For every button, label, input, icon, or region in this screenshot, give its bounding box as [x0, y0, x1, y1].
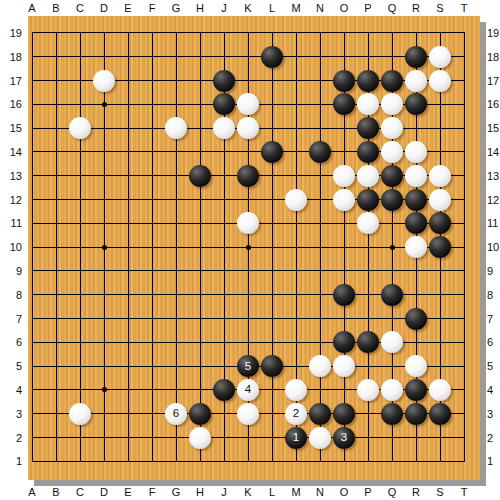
intersection-D19[interactable]: [92, 21, 116, 45]
intersection-N2[interactable]: [308, 426, 332, 450]
intersection-O1[interactable]: [332, 449, 356, 473]
intersection-C8[interactable]: [68, 283, 92, 307]
intersection-M15[interactable]: [284, 116, 308, 140]
intersection-B9[interactable]: [44, 259, 68, 283]
intersection-T11[interactable]: [452, 211, 476, 235]
intersection-K4[interactable]: 4: [236, 378, 260, 402]
intersection-B19[interactable]: [44, 21, 68, 45]
intersection-Q1[interactable]: [380, 449, 404, 473]
intersection-Q14[interactable]: [380, 140, 404, 164]
intersection-M14[interactable]: [284, 140, 308, 164]
intersection-Q16[interactable]: [380, 92, 404, 116]
intersection-A7[interactable]: [20, 307, 44, 331]
intersection-K9[interactable]: [236, 259, 260, 283]
intersection-O17[interactable]: [332, 69, 356, 93]
intersection-A16[interactable]: [20, 92, 44, 116]
intersection-P12[interactable]: [356, 188, 380, 212]
intersection-P6[interactable]: [356, 330, 380, 354]
intersection-G5[interactable]: [164, 354, 188, 378]
intersection-T5[interactable]: [452, 354, 476, 378]
intersection-C6[interactable]: [68, 330, 92, 354]
intersection-J16[interactable]: [212, 92, 236, 116]
intersection-N6[interactable]: [308, 330, 332, 354]
intersection-D1[interactable]: [92, 449, 116, 473]
intersection-D18[interactable]: [92, 45, 116, 69]
intersection-D7[interactable]: [92, 307, 116, 331]
intersection-F16[interactable]: [140, 92, 164, 116]
intersection-T17[interactable]: [452, 69, 476, 93]
intersection-P18[interactable]: [356, 45, 380, 69]
intersection-G17[interactable]: [164, 69, 188, 93]
intersection-B5[interactable]: [44, 354, 68, 378]
intersection-L1[interactable]: [260, 449, 284, 473]
intersection-R3[interactable]: [404, 402, 428, 426]
intersection-M18[interactable]: [284, 45, 308, 69]
intersection-N11[interactable]: [308, 211, 332, 235]
intersection-A6[interactable]: [20, 330, 44, 354]
intersection-O14[interactable]: [332, 140, 356, 164]
intersection-S3[interactable]: [428, 402, 452, 426]
intersection-J8[interactable]: [212, 283, 236, 307]
intersection-L3[interactable]: [260, 402, 284, 426]
intersection-E9[interactable]: [116, 259, 140, 283]
intersection-C1[interactable]: [68, 449, 92, 473]
intersection-Q10[interactable]: [380, 235, 404, 259]
intersection-A5[interactable]: [20, 354, 44, 378]
intersection-J14[interactable]: [212, 140, 236, 164]
intersection-O2[interactable]: 3: [332, 426, 356, 450]
intersection-K19[interactable]: [236, 21, 260, 45]
intersection-G10[interactable]: [164, 235, 188, 259]
intersection-C12[interactable]: [68, 188, 92, 212]
intersection-G2[interactable]: [164, 426, 188, 450]
intersection-G15[interactable]: [164, 116, 188, 140]
intersection-K10[interactable]: [236, 235, 260, 259]
intersection-K14[interactable]: [236, 140, 260, 164]
intersection-A15[interactable]: [20, 116, 44, 140]
intersection-B15[interactable]: [44, 116, 68, 140]
intersection-C17[interactable]: [68, 69, 92, 93]
intersection-E3[interactable]: [116, 402, 140, 426]
intersection-R10[interactable]: [404, 235, 428, 259]
intersection-K12[interactable]: [236, 188, 260, 212]
intersection-C11[interactable]: [68, 211, 92, 235]
intersection-S11[interactable]: [428, 211, 452, 235]
intersection-R14[interactable]: [404, 140, 428, 164]
intersection-B16[interactable]: [44, 92, 68, 116]
intersection-B6[interactable]: [44, 330, 68, 354]
intersection-R12[interactable]: [404, 188, 428, 212]
intersection-H12[interactable]: [188, 188, 212, 212]
intersection-K5[interactable]: 5: [236, 354, 260, 378]
intersection-P1[interactable]: [356, 449, 380, 473]
intersection-Q9[interactable]: [380, 259, 404, 283]
intersection-L19[interactable]: [260, 21, 284, 45]
intersection-S13[interactable]: [428, 164, 452, 188]
intersection-B11[interactable]: [44, 211, 68, 235]
intersection-O12[interactable]: [332, 188, 356, 212]
intersection-A18[interactable]: [20, 45, 44, 69]
intersection-G7[interactable]: [164, 307, 188, 331]
intersection-N18[interactable]: [308, 45, 332, 69]
intersection-A4[interactable]: [20, 378, 44, 402]
intersection-S6[interactable]: [428, 330, 452, 354]
intersection-L18[interactable]: [260, 45, 284, 69]
intersection-T8[interactable]: [452, 283, 476, 307]
intersection-A10[interactable]: [20, 235, 44, 259]
intersection-J6[interactable]: [212, 330, 236, 354]
intersection-E17[interactable]: [116, 69, 140, 93]
intersection-J10[interactable]: [212, 235, 236, 259]
intersection-K18[interactable]: [236, 45, 260, 69]
intersection-P8[interactable]: [356, 283, 380, 307]
intersection-L10[interactable]: [260, 235, 284, 259]
intersection-J4[interactable]: [212, 378, 236, 402]
intersection-D15[interactable]: [92, 116, 116, 140]
intersection-G12[interactable]: [164, 188, 188, 212]
intersection-B8[interactable]: [44, 283, 68, 307]
intersection-D10[interactable]: [92, 235, 116, 259]
intersection-A3[interactable]: [20, 402, 44, 426]
intersection-F12[interactable]: [140, 188, 164, 212]
intersection-K17[interactable]: [236, 69, 260, 93]
intersection-N1[interactable]: [308, 449, 332, 473]
intersection-C2[interactable]: [68, 426, 92, 450]
intersection-M10[interactable]: [284, 235, 308, 259]
intersection-J1[interactable]: [212, 449, 236, 473]
intersection-O3[interactable]: [332, 402, 356, 426]
intersection-A8[interactable]: [20, 283, 44, 307]
intersection-T13[interactable]: [452, 164, 476, 188]
intersection-S1[interactable]: [428, 449, 452, 473]
intersection-C13[interactable]: [68, 164, 92, 188]
intersection-P13[interactable]: [356, 164, 380, 188]
intersection-J7[interactable]: [212, 307, 236, 331]
intersection-H16[interactable]: [188, 92, 212, 116]
intersection-E11[interactable]: [116, 211, 140, 235]
intersection-L16[interactable]: [260, 92, 284, 116]
intersection-P5[interactable]: [356, 354, 380, 378]
intersection-H9[interactable]: [188, 259, 212, 283]
intersection-B12[interactable]: [44, 188, 68, 212]
intersection-N13[interactable]: [308, 164, 332, 188]
intersection-B3[interactable]: [44, 402, 68, 426]
intersection-G3[interactable]: 6: [164, 402, 188, 426]
intersection-E6[interactable]: [116, 330, 140, 354]
intersection-G1[interactable]: [164, 449, 188, 473]
intersection-H10[interactable]: [188, 235, 212, 259]
intersection-B17[interactable]: [44, 69, 68, 93]
intersection-M12[interactable]: [284, 188, 308, 212]
intersection-P14[interactable]: [356, 140, 380, 164]
intersection-H11[interactable]: [188, 211, 212, 235]
intersection-E8[interactable]: [116, 283, 140, 307]
intersection-T7[interactable]: [452, 307, 476, 331]
intersection-B14[interactable]: [44, 140, 68, 164]
intersection-T18[interactable]: [452, 45, 476, 69]
intersection-F18[interactable]: [140, 45, 164, 69]
intersection-Q8[interactable]: [380, 283, 404, 307]
intersection-Q12[interactable]: [380, 188, 404, 212]
intersection-G14[interactable]: [164, 140, 188, 164]
intersection-O5[interactable]: [332, 354, 356, 378]
intersection-F19[interactable]: [140, 21, 164, 45]
intersection-M7[interactable]: [284, 307, 308, 331]
intersection-A13[interactable]: [20, 164, 44, 188]
intersection-N8[interactable]: [308, 283, 332, 307]
intersection-Q17[interactable]: [380, 69, 404, 93]
intersection-N15[interactable]: [308, 116, 332, 140]
intersection-Q3[interactable]: [380, 402, 404, 426]
intersection-E19[interactable]: [116, 21, 140, 45]
intersection-K13[interactable]: [236, 164, 260, 188]
intersection-T4[interactable]: [452, 378, 476, 402]
intersection-T19[interactable]: [452, 21, 476, 45]
intersection-F10[interactable]: [140, 235, 164, 259]
intersection-J12[interactable]: [212, 188, 236, 212]
intersection-Q7[interactable]: [380, 307, 404, 331]
intersection-T10[interactable]: [452, 235, 476, 259]
intersection-R4[interactable]: [404, 378, 428, 402]
intersection-K11[interactable]: [236, 211, 260, 235]
intersection-A2[interactable]: [20, 426, 44, 450]
intersection-D2[interactable]: [92, 426, 116, 450]
intersection-H1[interactable]: [188, 449, 212, 473]
intersection-B10[interactable]: [44, 235, 68, 259]
intersection-O18[interactable]: [332, 45, 356, 69]
intersection-G11[interactable]: [164, 211, 188, 235]
intersection-R17[interactable]: [404, 69, 428, 93]
intersection-H3[interactable]: [188, 402, 212, 426]
intersection-D16[interactable]: [92, 92, 116, 116]
intersection-A19[interactable]: [20, 21, 44, 45]
intersection-B13[interactable]: [44, 164, 68, 188]
intersection-O15[interactable]: [332, 116, 356, 140]
intersection-C18[interactable]: [68, 45, 92, 69]
intersection-R6[interactable]: [404, 330, 428, 354]
intersection-J13[interactable]: [212, 164, 236, 188]
intersection-C19[interactable]: [68, 21, 92, 45]
intersection-J3[interactable]: [212, 402, 236, 426]
intersection-O8[interactable]: [332, 283, 356, 307]
intersection-Q13[interactable]: [380, 164, 404, 188]
intersection-R11[interactable]: [404, 211, 428, 235]
intersection-Q15[interactable]: [380, 116, 404, 140]
intersection-F11[interactable]: [140, 211, 164, 235]
intersection-H4[interactable]: [188, 378, 212, 402]
intersection-T2[interactable]: [452, 426, 476, 450]
intersection-M19[interactable]: [284, 21, 308, 45]
intersection-C16[interactable]: [68, 92, 92, 116]
intersection-K8[interactable]: [236, 283, 260, 307]
intersection-F9[interactable]: [140, 259, 164, 283]
intersection-M13[interactable]: [284, 164, 308, 188]
intersection-S17[interactable]: [428, 69, 452, 93]
intersection-P17[interactable]: [356, 69, 380, 93]
intersection-L14[interactable]: [260, 140, 284, 164]
intersection-E10[interactable]: [116, 235, 140, 259]
intersection-E2[interactable]: [116, 426, 140, 450]
intersection-T9[interactable]: [452, 259, 476, 283]
intersection-P2[interactable]: [356, 426, 380, 450]
intersection-M1[interactable]: [284, 449, 308, 473]
intersection-P10[interactable]: [356, 235, 380, 259]
intersection-D14[interactable]: [92, 140, 116, 164]
intersection-F15[interactable]: [140, 116, 164, 140]
intersection-L9[interactable]: [260, 259, 284, 283]
intersection-M17[interactable]: [284, 69, 308, 93]
intersection-G9[interactable]: [164, 259, 188, 283]
intersection-S14[interactable]: [428, 140, 452, 164]
intersection-T3[interactable]: [452, 402, 476, 426]
intersection-E15[interactable]: [116, 116, 140, 140]
intersection-D4[interactable]: [92, 378, 116, 402]
intersection-F7[interactable]: [140, 307, 164, 331]
intersection-F14[interactable]: [140, 140, 164, 164]
intersection-F8[interactable]: [140, 283, 164, 307]
intersection-C5[interactable]: [68, 354, 92, 378]
intersection-M5[interactable]: [284, 354, 308, 378]
intersection-N12[interactable]: [308, 188, 332, 212]
intersection-N10[interactable]: [308, 235, 332, 259]
intersection-L5[interactable]: [260, 354, 284, 378]
intersection-R1[interactable]: [404, 449, 428, 473]
intersection-L6[interactable]: [260, 330, 284, 354]
intersection-G8[interactable]: [164, 283, 188, 307]
intersection-K2[interactable]: [236, 426, 260, 450]
intersection-P15[interactable]: [356, 116, 380, 140]
intersection-E5[interactable]: [116, 354, 140, 378]
intersection-J5[interactable]: [212, 354, 236, 378]
intersection-K16[interactable]: [236, 92, 260, 116]
intersection-L12[interactable]: [260, 188, 284, 212]
intersection-Q11[interactable]: [380, 211, 404, 235]
intersection-M2[interactable]: 1: [284, 426, 308, 450]
intersection-Q5[interactable]: [380, 354, 404, 378]
intersection-P3[interactable]: [356, 402, 380, 426]
intersection-R13[interactable]: [404, 164, 428, 188]
intersection-R5[interactable]: [404, 354, 428, 378]
intersection-M9[interactable]: [284, 259, 308, 283]
intersection-N7[interactable]: [308, 307, 332, 331]
intersection-R15[interactable]: [404, 116, 428, 140]
intersection-A9[interactable]: [20, 259, 44, 283]
intersection-J9[interactable]: [212, 259, 236, 283]
intersection-F3[interactable]: [140, 402, 164, 426]
intersection-Q4[interactable]: [380, 378, 404, 402]
intersection-S16[interactable]: [428, 92, 452, 116]
intersection-O13[interactable]: [332, 164, 356, 188]
intersection-S4[interactable]: [428, 378, 452, 402]
intersection-R8[interactable]: [404, 283, 428, 307]
intersection-R9[interactable]: [404, 259, 428, 283]
intersection-J18[interactable]: [212, 45, 236, 69]
intersection-S2[interactable]: [428, 426, 452, 450]
intersection-O11[interactable]: [332, 211, 356, 235]
intersection-N19[interactable]: [308, 21, 332, 45]
intersection-B1[interactable]: [44, 449, 68, 473]
intersection-O9[interactable]: [332, 259, 356, 283]
intersection-M11[interactable]: [284, 211, 308, 235]
intersection-C14[interactable]: [68, 140, 92, 164]
intersection-G16[interactable]: [164, 92, 188, 116]
intersection-B18[interactable]: [44, 45, 68, 69]
intersection-T12[interactable]: [452, 188, 476, 212]
intersection-D11[interactable]: [92, 211, 116, 235]
intersection-N4[interactable]: [308, 378, 332, 402]
intersection-F1[interactable]: [140, 449, 164, 473]
intersection-S19[interactable]: [428, 21, 452, 45]
intersection-A1[interactable]: [20, 449, 44, 473]
intersection-L13[interactable]: [260, 164, 284, 188]
intersection-J15[interactable]: [212, 116, 236, 140]
intersection-N14[interactable]: [308, 140, 332, 164]
intersection-O4[interactable]: [332, 378, 356, 402]
intersection-N5[interactable]: [308, 354, 332, 378]
intersection-S8[interactable]: [428, 283, 452, 307]
intersection-O7[interactable]: [332, 307, 356, 331]
intersection-G4[interactable]: [164, 378, 188, 402]
intersection-C10[interactable]: [68, 235, 92, 259]
intersection-L15[interactable]: [260, 116, 284, 140]
intersection-F17[interactable]: [140, 69, 164, 93]
intersection-S10[interactable]: [428, 235, 452, 259]
intersection-A14[interactable]: [20, 140, 44, 164]
intersection-R16[interactable]: [404, 92, 428, 116]
intersection-E4[interactable]: [116, 378, 140, 402]
intersection-Q6[interactable]: [380, 330, 404, 354]
intersection-M8[interactable]: [284, 283, 308, 307]
intersection-E14[interactable]: [116, 140, 140, 164]
intersection-A12[interactable]: [20, 188, 44, 212]
intersection-D13[interactable]: [92, 164, 116, 188]
intersection-H2[interactable]: [188, 426, 212, 450]
intersection-D6[interactable]: [92, 330, 116, 354]
intersection-O10[interactable]: [332, 235, 356, 259]
intersection-T14[interactable]: [452, 140, 476, 164]
intersection-C7[interactable]: [68, 307, 92, 331]
intersection-R7[interactable]: [404, 307, 428, 331]
intersection-D5[interactable]: [92, 354, 116, 378]
intersection-N17[interactable]: [308, 69, 332, 93]
intersection-K3[interactable]: [236, 402, 260, 426]
intersection-N9[interactable]: [308, 259, 332, 283]
intersection-R19[interactable]: [404, 21, 428, 45]
intersection-O16[interactable]: [332, 92, 356, 116]
intersection-H19[interactable]: [188, 21, 212, 45]
intersection-M3[interactable]: 2: [284, 402, 308, 426]
intersection-K6[interactable]: [236, 330, 260, 354]
intersection-K15[interactable]: [236, 116, 260, 140]
intersection-D3[interactable]: [92, 402, 116, 426]
intersection-K1[interactable]: [236, 449, 260, 473]
intersection-A11[interactable]: [20, 211, 44, 235]
intersection-H17[interactable]: [188, 69, 212, 93]
intersection-J19[interactable]: [212, 21, 236, 45]
intersection-L4[interactable]: [260, 378, 284, 402]
intersection-S12[interactable]: [428, 188, 452, 212]
intersection-G19[interactable]: [164, 21, 188, 45]
intersection-H18[interactable]: [188, 45, 212, 69]
intersection-G18[interactable]: [164, 45, 188, 69]
intersection-H5[interactable]: [188, 354, 212, 378]
intersection-D8[interactable]: [92, 283, 116, 307]
intersection-T1[interactable]: [452, 449, 476, 473]
intersection-E12[interactable]: [116, 188, 140, 212]
intersection-S15[interactable]: [428, 116, 452, 140]
intersection-N16[interactable]: [308, 92, 332, 116]
intersection-L2[interactable]: [260, 426, 284, 450]
